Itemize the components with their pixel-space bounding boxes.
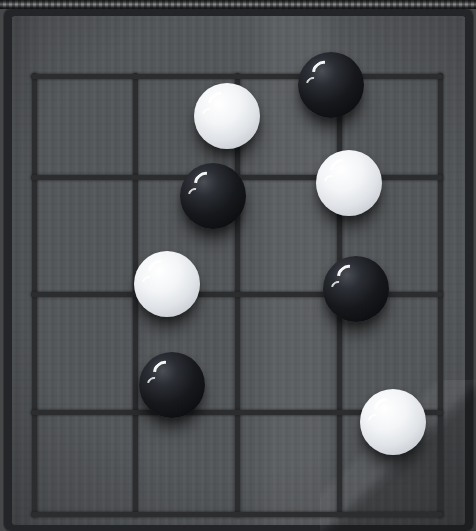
black-stone bbox=[298, 52, 364, 118]
stones-layer bbox=[0, 0, 476, 531]
white-stone bbox=[134, 251, 200, 317]
black-stone bbox=[180, 163, 246, 229]
board-top-edge bbox=[0, 0, 476, 9]
game-screen bbox=[0, 0, 476, 531]
white-stone bbox=[194, 83, 260, 149]
black-stone bbox=[323, 256, 389, 322]
white-stone bbox=[360, 389, 426, 455]
black-stone bbox=[139, 352, 205, 418]
white-stone bbox=[316, 150, 382, 216]
